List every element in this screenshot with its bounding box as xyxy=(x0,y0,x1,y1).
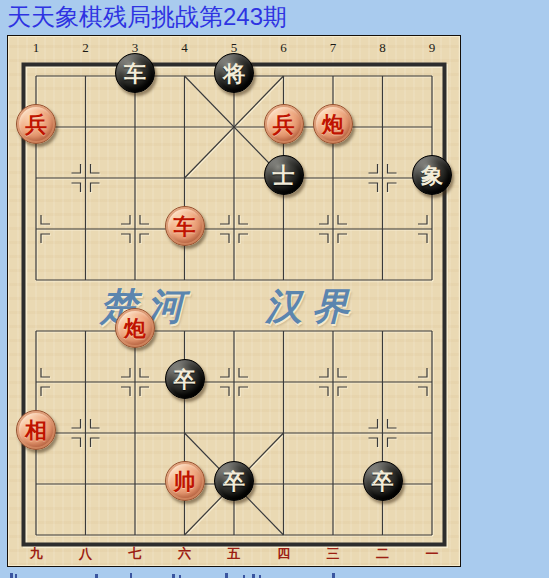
piece-black-elephant[interactable]: 象 xyxy=(412,155,452,195)
file-label-top: 6 xyxy=(280,40,287,56)
file-labels-bottom: 九八七六五四三二一 xyxy=(8,545,462,561)
piece-black-soldier[interactable]: 卒 xyxy=(165,359,205,399)
piece-red-chariot[interactable]: 车 xyxy=(165,206,205,246)
file-label-bottom: 四 xyxy=(277,545,290,563)
file-label-bottom: 一 xyxy=(426,545,439,563)
file-label-top: 1 xyxy=(33,40,40,56)
piece-black-advisor[interactable]: 士 xyxy=(264,155,304,195)
piece-black-general[interactable]: 将 xyxy=(214,53,254,93)
piece-black-chariot[interactable]: 车 xyxy=(115,53,155,93)
piece-red-general[interactable]: 帅 xyxy=(165,461,205,501)
piece-black-soldier[interactable]: 卒 xyxy=(363,461,403,501)
piece-red-elephant[interactable]: 相 xyxy=(16,410,56,450)
piece-red-soldier[interactable]: 兵 xyxy=(264,104,304,144)
xiangqi-board[interactable]: 123456789 楚河 汉界 车将兵兵炮士象车炮卒相帅卒卒 九八七六五四三二一 xyxy=(7,35,461,567)
file-label-bottom: 三 xyxy=(327,545,340,563)
piece-red-cannon[interactable]: 炮 xyxy=(115,308,155,348)
file-label-top: 2 xyxy=(82,40,89,56)
file-label-top: 7 xyxy=(330,40,337,56)
file-label-bottom: 六 xyxy=(178,545,191,563)
piece-black-soldier[interactable]: 卒 xyxy=(214,461,254,501)
river-label-right: 汉界 xyxy=(265,281,359,331)
file-label-bottom: 二 xyxy=(376,545,389,563)
piece-red-cannon[interactable]: 炮 xyxy=(313,104,353,144)
page-title: 天天象棋残局挑战第243期 xyxy=(7,2,287,32)
file-label-top: 8 xyxy=(379,40,386,56)
file-label-bottom: 五 xyxy=(228,545,241,563)
piece-red-soldier[interactable]: 兵 xyxy=(16,104,56,144)
file-label-top: 9 xyxy=(429,40,436,56)
cropped-text-line xyxy=(0,569,549,578)
file-label-bottom: 八 xyxy=(79,545,92,563)
page: { "game": "xiangqi", "page": { "title": … xyxy=(0,0,549,578)
file-label-top: 4 xyxy=(181,40,188,56)
file-label-bottom: 九 xyxy=(30,545,43,563)
file-label-bottom: 七 xyxy=(129,545,142,563)
